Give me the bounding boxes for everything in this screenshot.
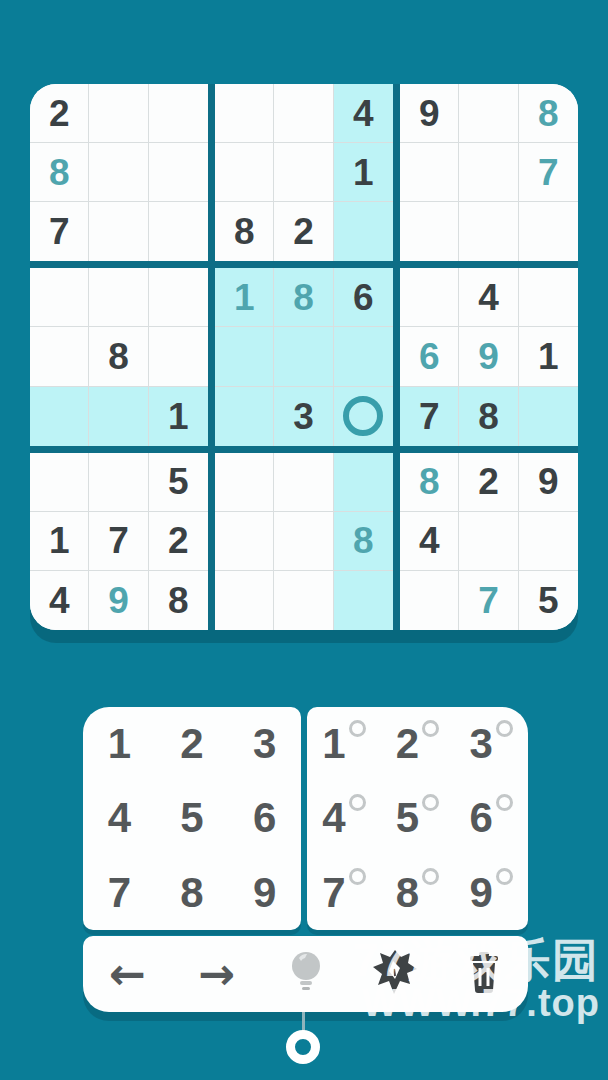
cell-r7c5[interactable]	[274, 453, 333, 512]
cell-r4c7[interactable]	[400, 268, 459, 327]
pen-splat-button[interactable]	[368, 947, 422, 1001]
cell-value: 9	[478, 338, 499, 375]
note-circle-icon	[422, 794, 439, 811]
hint-button[interactable]	[279, 947, 333, 1001]
key-digit: 7	[108, 872, 131, 914]
cell-value: 2	[478, 463, 499, 500]
cell-value: 4	[353, 95, 374, 132]
cell-r7c8[interactable]: 2	[459, 453, 518, 512]
cell-r1c3[interactable]	[149, 84, 208, 143]
cell-value: 4	[49, 582, 70, 619]
cell-value: 2	[49, 95, 70, 132]
cell-r4c9[interactable]	[519, 268, 578, 327]
cell-value: 2	[168, 522, 189, 559]
cell-r1c7[interactable]: 9	[400, 84, 459, 143]
cell-r8c5[interactable]	[274, 512, 333, 571]
key-3[interactable]: 3	[228, 707, 301, 781]
cell-r2c1[interactable]: 8	[30, 143, 89, 202]
cell-r1c2[interactable]	[89, 84, 148, 143]
cell-r5c3[interactable]	[149, 327, 208, 386]
cell-r4c6[interactable]: 6	[334, 268, 393, 327]
cell-r7c7[interactable]: 8	[400, 453, 459, 512]
key-digit: 8	[180, 872, 203, 914]
cell-r7c9[interactable]: 9	[519, 453, 578, 512]
trash-button[interactable]	[457, 947, 511, 1001]
cell-r8c6[interactable]: 8	[334, 512, 393, 571]
cell-value: 7	[538, 154, 559, 191]
cell-r3c3[interactable]	[149, 202, 208, 261]
key-digit: 2	[180, 723, 203, 765]
key-6[interactable]: 6	[228, 781, 301, 855]
cell-r2c5[interactable]	[274, 143, 333, 202]
cell-r3c9[interactable]	[519, 202, 578, 261]
note-key-digit: 2	[396, 723, 419, 765]
key-1[interactable]: 1	[83, 707, 156, 781]
cell-value: 5	[538, 582, 559, 619]
note-key-6[interactable]: 6	[454, 781, 528, 855]
cell-r6c6[interactable]	[334, 387, 393, 446]
key-digit: 9	[253, 872, 276, 914]
cell-r4c4[interactable]: 1	[215, 268, 274, 327]
note-key-digit: 1	[322, 723, 345, 765]
cell-value: 8	[478, 398, 499, 435]
left-arrow-icon: ←	[109, 952, 146, 996]
box-4: 81	[30, 268, 208, 445]
selection-ring	[343, 396, 383, 436]
cell-r6c3[interactable]: 1	[149, 387, 208, 446]
cell-r8c2[interactable]: 7	[89, 512, 148, 571]
note-key-3[interactable]: 3	[454, 707, 528, 781]
cell-value: 7	[478, 582, 499, 619]
cell-r2c8[interactable]	[459, 143, 518, 202]
undo-button[interactable]: ←	[101, 947, 155, 1001]
cell-r7c3[interactable]: 5	[149, 453, 208, 512]
cell-value: 4	[478, 279, 499, 316]
cell-value: 9	[108, 582, 129, 619]
box-2: 4182	[215, 84, 393, 261]
note-circle-icon	[349, 794, 366, 811]
box-1: 287	[30, 84, 208, 261]
cell-value: 8	[293, 279, 314, 316]
key-digit: 1	[108, 723, 131, 765]
cell-r1c8[interactable]	[459, 84, 518, 143]
cell-r6c4[interactable]	[215, 387, 274, 446]
note-circle-icon	[349, 720, 366, 737]
cell-value: 8	[234, 213, 255, 250]
cell-r5c7[interactable]: 6	[400, 327, 459, 386]
box-3: 987	[400, 84, 578, 261]
cell-value: 8	[108, 338, 129, 375]
cell-r7c1[interactable]	[30, 453, 89, 512]
cell-r7c6[interactable]	[334, 453, 393, 512]
cell-r9c9[interactable]: 5	[519, 571, 578, 630]
key-digit: 5	[180, 797, 203, 839]
key-digit: 6	[253, 797, 276, 839]
trash-icon	[465, 951, 503, 997]
cell-r9c2[interactable]: 9	[89, 571, 148, 630]
note-circle-icon	[496, 794, 513, 811]
cell-r9c8[interactable]: 7	[459, 571, 518, 630]
cell-r9c6[interactable]	[334, 571, 393, 630]
key-2[interactable]: 2	[156, 707, 229, 781]
note-circle-icon	[496, 868, 513, 885]
lightbulb-icon	[288, 950, 324, 998]
note-key-digit: 3	[469, 723, 492, 765]
cell-r3c5[interactable]: 2	[274, 202, 333, 261]
cell-value: 7	[108, 522, 129, 559]
cell-value: 8	[538, 95, 559, 132]
number-pad: 123456789	[83, 707, 301, 930]
note-key-digit: 8	[396, 872, 419, 914]
cell-r5c5[interactable]	[274, 327, 333, 386]
cell-r1c6[interactable]: 4	[334, 84, 393, 143]
note-key-7[interactable]: 7	[307, 856, 381, 930]
cell-value: 1	[353, 154, 374, 191]
cell-r9c1[interactable]: 4	[30, 571, 89, 630]
pen-splat-icon	[372, 949, 418, 999]
sudoku-board: 287418298781186346917851724988829475	[30, 84, 578, 630]
cell-value: 1	[49, 522, 70, 559]
cell-r3c6[interactable]	[334, 202, 393, 261]
cell-r5c1[interactable]	[30, 327, 89, 386]
cell-value: 2	[293, 213, 314, 250]
note-key-digit: 5	[396, 797, 419, 839]
cell-r5c2[interactable]: 8	[89, 327, 148, 386]
cell-r2c4[interactable]	[215, 143, 274, 202]
box-5: 1863	[215, 268, 393, 445]
note-circle-icon	[422, 868, 439, 885]
cell-value: 6	[353, 279, 374, 316]
note-circle-icon	[496, 720, 513, 737]
cell-r8c9[interactable]	[519, 512, 578, 571]
cell-r6c2[interactable]	[89, 387, 148, 446]
cell-r4c8[interactable]: 4	[459, 268, 518, 327]
cell-r1c1[interactable]: 2	[30, 84, 89, 143]
cell-r2c9[interactable]: 7	[519, 143, 578, 202]
cell-r3c7[interactable]	[400, 202, 459, 261]
box-6: 469178	[400, 268, 578, 445]
cell-r3c2[interactable]	[89, 202, 148, 261]
cell-r4c5[interactable]: 8	[274, 268, 333, 327]
cell-r5c8[interactable]: 9	[459, 327, 518, 386]
notes-number-pad: 123456789	[307, 707, 528, 930]
cell-value: 1	[538, 338, 559, 375]
right-arrow-icon: →	[198, 952, 235, 996]
cell-r8c1[interactable]: 1	[30, 512, 89, 571]
cell-r5c4[interactable]	[215, 327, 274, 386]
cell-r1c4[interactable]	[215, 84, 274, 143]
cell-r7c4[interactable]	[215, 453, 274, 512]
cell-value: 9	[538, 463, 559, 500]
key-digit: 3	[253, 723, 276, 765]
note-key-9[interactable]: 9	[454, 856, 528, 930]
cell-r2c6[interactable]: 1	[334, 143, 393, 202]
note-key-4[interactable]: 4	[307, 781, 381, 855]
cell-r8c7[interactable]: 4	[400, 512, 459, 571]
key-8[interactable]: 8	[156, 856, 229, 930]
cell-value: 4	[419, 522, 440, 559]
cell-value: 7	[419, 398, 440, 435]
cell-value: 8	[49, 154, 70, 191]
cell-r9c7[interactable]	[400, 571, 459, 630]
box-7: 5172498	[30, 453, 208, 630]
cell-r4c3[interactable]	[149, 268, 208, 327]
cell-r4c2[interactable]	[89, 268, 148, 327]
redo-button[interactable]: →	[190, 947, 244, 1001]
cell-r2c7[interactable]	[400, 143, 459, 202]
note-key-2[interactable]: 2	[381, 707, 455, 781]
note-key-1[interactable]: 1	[307, 707, 381, 781]
cell-value: 6	[419, 338, 440, 375]
cell-value: 1	[234, 279, 255, 316]
key-7[interactable]: 7	[83, 856, 156, 930]
toolbar: ← →	[83, 936, 528, 1012]
cell-r2c2[interactable]	[89, 143, 148, 202]
note-key-digit: 7	[322, 872, 345, 914]
cell-r6c7[interactable]: 7	[400, 387, 459, 446]
cell-r6c9[interactable]	[519, 387, 578, 446]
key-9[interactable]: 9	[228, 856, 301, 930]
cell-r8c4[interactable]	[215, 512, 274, 571]
cell-r2c3[interactable]	[149, 143, 208, 202]
cell-r3c1[interactable]: 7	[30, 202, 89, 261]
cell-r9c5[interactable]	[274, 571, 333, 630]
key-5[interactable]: 5	[156, 781, 229, 855]
cell-r4c1[interactable]	[30, 268, 89, 327]
cell-r7c2[interactable]	[89, 453, 148, 512]
cell-r8c3[interactable]: 2	[149, 512, 208, 571]
cell-value: 9	[419, 95, 440, 132]
sheet-drag-handle[interactable]	[286, 1030, 320, 1064]
key-digit: 4	[108, 797, 131, 839]
cell-r9c3[interactable]: 8	[149, 571, 208, 630]
note-key-digit: 4	[322, 797, 345, 839]
cell-r1c5[interactable]	[274, 84, 333, 143]
cell-value: 1	[168, 398, 189, 435]
cell-r9c4[interactable]	[215, 571, 274, 630]
box-8: 8	[215, 453, 393, 630]
cell-r6c1[interactable]	[30, 387, 89, 446]
note-circle-icon	[349, 868, 366, 885]
cell-value: 8	[353, 522, 374, 559]
sudoku-app: 287418298781186346917851724988829475 123…	[0, 0, 608, 1080]
key-4[interactable]: 4	[83, 781, 156, 855]
note-key-digit: 9	[469, 872, 492, 914]
cell-r3c4[interactable]: 8	[215, 202, 274, 261]
note-key-5[interactable]: 5	[381, 781, 455, 855]
cell-r1c9[interactable]: 8	[519, 84, 578, 143]
cell-r8c8[interactable]	[459, 512, 518, 571]
cell-r6c8[interactable]: 8	[459, 387, 518, 446]
note-key-digit: 6	[469, 797, 492, 839]
cell-value: 8	[419, 463, 440, 500]
box-9: 829475	[400, 453, 578, 630]
cell-r3c8[interactable]	[459, 202, 518, 261]
cell-value: 3	[293, 398, 314, 435]
cell-r6c5[interactable]: 3	[274, 387, 333, 446]
cell-r5c9[interactable]: 1	[519, 327, 578, 386]
cell-r5c6[interactable]	[334, 327, 393, 386]
cell-value: 7	[49, 213, 70, 250]
cell-value: 8	[168, 582, 189, 619]
note-circle-icon	[422, 720, 439, 737]
note-key-8[interactable]: 8	[381, 856, 455, 930]
cell-value: 5	[168, 463, 189, 500]
